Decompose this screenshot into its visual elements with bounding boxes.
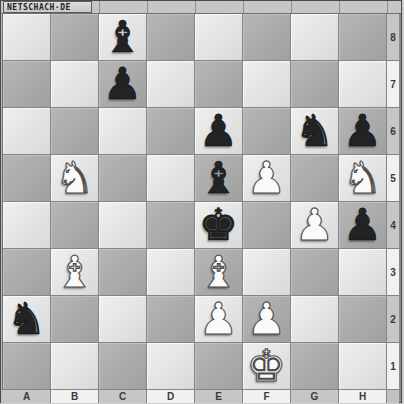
white-king[interactable]: ♚ — [247, 344, 286, 388]
square-a5[interactable] — [3, 155, 51, 202]
square-d5[interactable] — [147, 155, 195, 202]
square-e3[interactable]: ♝ — [195, 249, 243, 296]
square-g4[interactable]: ♟ — [291, 202, 339, 249]
square-a7[interactable] — [3, 61, 51, 108]
square-c1[interactable] — [99, 343, 147, 390]
square-b3[interactable]: ♝ — [51, 249, 99, 296]
square-g1[interactable] — [291, 343, 339, 390]
square-c7[interactable]: ♟ — [99, 61, 147, 108]
square-e4[interactable]: ♚ — [195, 202, 243, 249]
black-knight[interactable]: ♞ — [7, 297, 46, 341]
rank-label-7: 7 — [387, 61, 399, 108]
rank-label-3: 3 — [387, 249, 399, 296]
square-c3[interactable] — [99, 249, 147, 296]
square-h8[interactable] — [339, 14, 387, 61]
square-c4[interactable] — [99, 202, 147, 249]
square-a4[interactable] — [3, 202, 51, 249]
square-c8[interactable]: ♝ — [99, 14, 147, 61]
file-label-d: D — [147, 390, 195, 403]
square-b4[interactable] — [51, 202, 99, 249]
square-f7[interactable] — [243, 61, 291, 108]
rank-label-1: 1 — [387, 343, 399, 390]
file-label-h: H — [339, 390, 387, 403]
square-h4[interactable]: ♟ — [339, 202, 387, 249]
rank-label-4: 4 — [387, 202, 399, 249]
square-d4[interactable] — [147, 202, 195, 249]
square-d2[interactable] — [147, 296, 195, 343]
square-g6[interactable]: ♞ — [291, 108, 339, 155]
square-d6[interactable] — [147, 108, 195, 155]
square-a8[interactable] — [3, 14, 51, 61]
square-e5[interactable]: ♝ — [195, 155, 243, 202]
white-pawn[interactable]: ♟ — [247, 156, 286, 200]
square-b8[interactable] — [51, 14, 99, 61]
rank-label-2: 2 — [387, 296, 399, 343]
file-label-a: A — [3, 390, 51, 403]
square-b2[interactable] — [51, 296, 99, 343]
rank-label-8: 8 — [387, 14, 399, 61]
file-label-c: C — [99, 390, 147, 403]
white-pawn[interactable]: ♟ — [295, 203, 334, 247]
square-f4[interactable] — [243, 202, 291, 249]
white-pawn[interactable]: ♟ — [247, 297, 286, 341]
black-bishop[interactable]: ♝ — [103, 15, 142, 59]
square-h5[interactable]: ♞ — [339, 155, 387, 202]
square-d7[interactable] — [147, 61, 195, 108]
square-b6[interactable] — [51, 108, 99, 155]
white-knight[interactable]: ♞ — [55, 156, 94, 200]
corner-bottom-right — [387, 390, 399, 403]
board-grid: ♝8♟7♟♞♟6♞♝♟♞5♚♟♟4♝♝3♞♟♟2♚1ABCDEFGH — [1, 14, 401, 403]
file-label-b: B — [51, 390, 99, 403]
square-g3[interactable] — [291, 249, 339, 296]
square-d3[interactable] — [147, 249, 195, 296]
square-a3[interactable] — [3, 249, 51, 296]
square-h3[interactable] — [339, 249, 387, 296]
black-bishop[interactable]: ♝ — [199, 156, 238, 200]
rank-label-6: 6 — [387, 108, 399, 155]
white-pawn[interactable]: ♟ — [199, 297, 238, 341]
square-g5[interactable] — [291, 155, 339, 202]
square-b1[interactable] — [51, 343, 99, 390]
square-g7[interactable] — [291, 61, 339, 108]
top-bar: NETSCHACH·DE — [1, 1, 401, 14]
white-knight[interactable]: ♞ — [343, 156, 382, 200]
square-c6[interactable] — [99, 108, 147, 155]
black-knight[interactable]: ♞ — [295, 109, 334, 153]
square-e7[interactable] — [195, 61, 243, 108]
square-g8[interactable] — [291, 14, 339, 61]
square-e6[interactable]: ♟ — [195, 108, 243, 155]
square-d1[interactable] — [147, 343, 195, 390]
square-f3[interactable] — [243, 249, 291, 296]
square-c5[interactable] — [99, 155, 147, 202]
square-a6[interactable] — [3, 108, 51, 155]
black-pawn[interactable]: ♟ — [343, 109, 382, 153]
file-label-g: G — [291, 390, 339, 403]
black-pawn[interactable]: ♟ — [199, 109, 238, 153]
square-f8[interactable] — [243, 14, 291, 61]
site-brand-label: NETSCHACH·DE — [3, 1, 92, 13]
black-king[interactable]: ♚ — [199, 203, 238, 247]
square-g2[interactable] — [291, 296, 339, 343]
black-pawn[interactable]: ♟ — [343, 203, 382, 247]
rank-label-5: 5 — [387, 155, 399, 202]
file-label-f: F — [243, 390, 291, 403]
white-bishop[interactable]: ♝ — [55, 250, 94, 294]
white-bishop[interactable]: ♝ — [199, 250, 238, 294]
square-a1[interactable] — [3, 343, 51, 390]
square-f5[interactable]: ♟ — [243, 155, 291, 202]
square-e8[interactable] — [195, 14, 243, 61]
square-d8[interactable] — [147, 14, 195, 61]
square-c2[interactable] — [99, 296, 147, 343]
black-pawn[interactable]: ♟ — [103, 62, 142, 106]
square-f2[interactable]: ♟ — [243, 296, 291, 343]
square-a2[interactable]: ♞ — [3, 296, 51, 343]
file-label-e: E — [195, 390, 243, 403]
square-h1[interactable] — [339, 343, 387, 390]
chess-board-window: NETSCHACH·DE ♝8♟7♟♞♟6♞♝♟♞5♚♟♟4♝♝3♞♟♟2♚1A… — [0, 0, 402, 403]
square-e1[interactable] — [195, 343, 243, 390]
square-b5[interactable]: ♞ — [51, 155, 99, 202]
square-b7[interactable] — [51, 61, 99, 108]
square-f1[interactable]: ♚ — [243, 343, 291, 390]
square-h6[interactable]: ♟ — [339, 108, 387, 155]
square-f6[interactable] — [243, 108, 291, 155]
square-h7[interactable] — [339, 61, 387, 108]
square-e2[interactable]: ♟ — [195, 296, 243, 343]
square-h2[interactable] — [339, 296, 387, 343]
